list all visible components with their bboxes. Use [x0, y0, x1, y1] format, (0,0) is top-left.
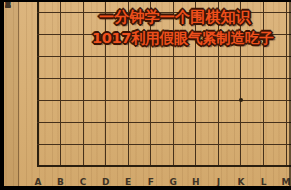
board-margin-strip — [4, 0, 19, 186]
grid-line-col-A — [37, 2, 39, 167]
frame-border-right — [289, 0, 291, 190]
video-title-line2: 1017利用假眼气紧制造吃子 — [92, 29, 273, 48]
grid-line-col-M — [286, 2, 287, 167]
go-lesson-video-frame: ABCDEFGHJKLM12345678 一分钟学一个围棋知识 1017利用假眼… — [0, 0, 291, 190]
star-point-K4 — [239, 98, 243, 102]
grid-line-col-B — [60, 2, 61, 167]
grid-line-row-3 — [37, 122, 291, 123]
grid-line-col-C — [83, 2, 84, 167]
frame-border-bottom — [0, 186, 291, 190]
grid-line-row-5 — [37, 78, 291, 79]
grid-line-row-4 — [37, 100, 291, 101]
grid-line-col-L — [263, 2, 264, 167]
video-title-line1: 一分钟学一个围棋知识 — [99, 8, 251, 27]
grid-line-row-6 — [37, 56, 291, 57]
grid-line-row-1 — [37, 165, 291, 167]
frame-border-left — [0, 0, 4, 190]
grid-line-row-2 — [37, 144, 291, 145]
frame-border-top — [0, 0, 291, 2]
